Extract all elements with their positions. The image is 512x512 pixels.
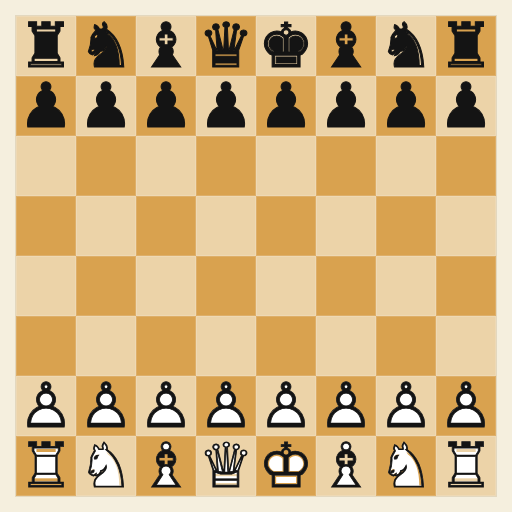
white-piece-outline-layer: ♔ — [256, 436, 316, 496]
square-h4[interactable] — [436, 256, 496, 316]
square-a4[interactable] — [16, 256, 76, 316]
black-piece-glyph: ♟ — [76, 76, 136, 136]
square-h8[interactable]: ♜ — [436, 16, 496, 76]
black-piece-glyph: ♟ — [376, 76, 436, 136]
piece-black-pawn[interactable]: ♟ — [256, 76, 316, 136]
square-d7[interactable]: ♟ — [196, 76, 256, 136]
piece-white-king[interactable]: ♚♔ — [256, 436, 316, 496]
board-background: ♜♞♝♛♚♝♞♜♟♟♟♟♟♟♟♟♟♙♟♙♟♙♟♙♟♙♟♙♟♙♟♙♜♖♞♘♝♗♛♕… — [0, 0, 512, 512]
piece-black-knight[interactable]: ♞ — [76, 16, 136, 76]
piece-black-knight[interactable]: ♞ — [376, 16, 436, 76]
white-piece-outline-layer: ♖ — [436, 436, 496, 496]
piece-white-pawn[interactable]: ♟♙ — [16, 376, 76, 436]
square-h6[interactable] — [436, 136, 496, 196]
square-g2[interactable]: ♟♙ — [376, 376, 436, 436]
piece-white-queen[interactable]: ♛♕ — [196, 436, 256, 496]
white-piece-outline-layer: ♘ — [376, 436, 436, 496]
square-c3[interactable] — [136, 316, 196, 376]
black-piece-glyph: ♞ — [76, 16, 136, 76]
square-c1[interactable]: ♝♗ — [136, 436, 196, 496]
square-f6[interactable] — [316, 136, 376, 196]
square-b8[interactable]: ♞ — [76, 16, 136, 76]
square-h5[interactable] — [436, 196, 496, 256]
white-piece-outline-layer: ♙ — [316, 376, 376, 436]
white-piece-outline-layer: ♙ — [376, 376, 436, 436]
square-d5[interactable] — [196, 196, 256, 256]
black-piece-glyph: ♜ — [436, 16, 496, 76]
piece-white-pawn[interactable]: ♟♙ — [436, 376, 496, 436]
white-piece-outline-layer: ♙ — [436, 376, 496, 436]
piece-black-rook[interactable]: ♜ — [436, 16, 496, 76]
piece-black-bishop[interactable]: ♝ — [136, 16, 196, 76]
piece-white-pawn[interactable]: ♟♙ — [316, 376, 376, 436]
piece-white-pawn[interactable]: ♟♙ — [376, 376, 436, 436]
square-g8[interactable]: ♞ — [376, 16, 436, 76]
square-f1[interactable]: ♝♗ — [316, 436, 376, 496]
square-a2[interactable]: ♟♙ — [16, 376, 76, 436]
piece-black-pawn[interactable]: ♟ — [16, 76, 76, 136]
square-d2[interactable]: ♟♙ — [196, 376, 256, 436]
piece-black-pawn[interactable]: ♟ — [376, 76, 436, 136]
square-e8[interactable]: ♚ — [256, 16, 316, 76]
white-piece-outline-layer: ♙ — [76, 376, 136, 436]
square-d3[interactable] — [196, 316, 256, 376]
square-e3[interactable] — [256, 316, 316, 376]
piece-white-pawn[interactable]: ♟♙ — [136, 376, 196, 436]
square-a1[interactable]: ♜♖ — [16, 436, 76, 496]
black-piece-glyph: ♚ — [256, 16, 316, 76]
black-piece-glyph: ♟ — [316, 76, 376, 136]
square-a6[interactable] — [16, 136, 76, 196]
black-piece-glyph: ♟ — [256, 76, 316, 136]
piece-black-pawn[interactable]: ♟ — [436, 76, 496, 136]
square-f7[interactable]: ♟ — [316, 76, 376, 136]
square-c4[interactable] — [136, 256, 196, 316]
square-g3[interactable] — [376, 316, 436, 376]
square-h7[interactable]: ♟ — [436, 76, 496, 136]
square-e2[interactable]: ♟♙ — [256, 376, 316, 436]
square-f8[interactable]: ♝ — [316, 16, 376, 76]
piece-white-bishop[interactable]: ♝♗ — [136, 436, 196, 496]
square-b7[interactable]: ♟ — [76, 76, 136, 136]
square-d4[interactable] — [196, 256, 256, 316]
square-a8[interactable]: ♜ — [16, 16, 76, 76]
white-piece-outline-layer: ♗ — [136, 436, 196, 496]
piece-black-queen[interactable]: ♛ — [196, 16, 256, 76]
square-d1[interactable]: ♛♕ — [196, 436, 256, 496]
square-h2[interactable]: ♟♙ — [436, 376, 496, 436]
piece-white-bishop[interactable]: ♝♗ — [316, 436, 376, 496]
chess-board: ♜♞♝♛♚♝♞♜♟♟♟♟♟♟♟♟♟♙♟♙♟♙♟♙♟♙♟♙♟♙♟♙♜♖♞♘♝♗♛♕… — [16, 16, 496, 496]
black-piece-glyph: ♛ — [196, 16, 256, 76]
piece-black-rook[interactable]: ♜ — [16, 16, 76, 76]
white-piece-outline-layer: ♗ — [316, 436, 376, 496]
square-a3[interactable] — [16, 316, 76, 376]
black-piece-glyph: ♟ — [436, 76, 496, 136]
piece-black-pawn[interactable]: ♟ — [316, 76, 376, 136]
square-f5[interactable] — [316, 196, 376, 256]
square-g1[interactable]: ♞♘ — [376, 436, 436, 496]
piece-white-rook[interactable]: ♜♖ — [436, 436, 496, 496]
square-e1[interactable]: ♚♔ — [256, 436, 316, 496]
square-a5[interactable] — [16, 196, 76, 256]
square-e4[interactable] — [256, 256, 316, 316]
square-c5[interactable] — [136, 196, 196, 256]
black-piece-glyph: ♞ — [376, 16, 436, 76]
square-c2[interactable]: ♟♙ — [136, 376, 196, 436]
square-c7[interactable]: ♟ — [136, 76, 196, 136]
white-piece-outline-layer: ♙ — [16, 376, 76, 436]
square-f4[interactable] — [316, 256, 376, 316]
square-d8[interactable]: ♛ — [196, 16, 256, 76]
square-b5[interactable] — [76, 196, 136, 256]
piece-black-bishop[interactable]: ♝ — [316, 16, 376, 76]
square-f2[interactable]: ♟♙ — [316, 376, 376, 436]
square-b3[interactable] — [76, 316, 136, 376]
square-b1[interactable]: ♞♘ — [76, 436, 136, 496]
piece-black-pawn[interactable]: ♟ — [76, 76, 136, 136]
square-d6[interactable] — [196, 136, 256, 196]
piece-black-pawn[interactable]: ♟ — [136, 76, 196, 136]
square-h3[interactable] — [436, 316, 496, 376]
square-g4[interactable] — [376, 256, 436, 316]
piece-white-knight[interactable]: ♞♘ — [76, 436, 136, 496]
square-b6[interactable] — [76, 136, 136, 196]
white-piece-outline-layer: ♖ — [16, 436, 76, 496]
square-c6[interactable] — [136, 136, 196, 196]
square-e6[interactable] — [256, 136, 316, 196]
piece-white-pawn[interactable]: ♟♙ — [256, 376, 316, 436]
white-piece-outline-layer: ♙ — [256, 376, 316, 436]
square-b4[interactable] — [76, 256, 136, 316]
square-c8[interactable]: ♝ — [136, 16, 196, 76]
black-piece-glyph: ♝ — [316, 16, 376, 76]
square-g7[interactable]: ♟ — [376, 76, 436, 136]
square-e7[interactable]: ♟ — [256, 76, 316, 136]
white-piece-outline-layer: ♕ — [196, 436, 256, 496]
piece-white-pawn[interactable]: ♟♙ — [196, 376, 256, 436]
square-a7[interactable]: ♟ — [16, 76, 76, 136]
black-piece-glyph: ♟ — [16, 76, 76, 136]
square-f3[interactable] — [316, 316, 376, 376]
black-piece-glyph: ♟ — [196, 76, 256, 136]
black-piece-glyph: ♜ — [16, 16, 76, 76]
white-piece-outline-layer: ♙ — [196, 376, 256, 436]
white-piece-outline-layer: ♙ — [136, 376, 196, 436]
white-piece-outline-layer: ♘ — [76, 436, 136, 496]
square-g6[interactable] — [376, 136, 436, 196]
piece-white-rook[interactable]: ♜♖ — [16, 436, 76, 496]
black-piece-glyph: ♟ — [136, 76, 196, 136]
piece-black-king[interactable]: ♚ — [256, 16, 316, 76]
square-h1[interactable]: ♜♖ — [436, 436, 496, 496]
square-b2[interactable]: ♟♙ — [76, 376, 136, 436]
square-g5[interactable] — [376, 196, 436, 256]
black-piece-glyph: ♝ — [136, 16, 196, 76]
piece-white-knight[interactable]: ♞♘ — [376, 436, 436, 496]
piece-white-pawn[interactable]: ♟♙ — [76, 376, 136, 436]
piece-black-pawn[interactable]: ♟ — [196, 76, 256, 136]
square-e5[interactable] — [256, 196, 316, 256]
